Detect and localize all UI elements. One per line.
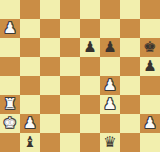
black-pawn[interactable]: ♟	[103, 38, 116, 57]
black-queen[interactable]: ♛	[103, 133, 116, 152]
square-e7[interactable]	[80, 19, 100, 38]
square-e8[interactable]	[80, 0, 100, 19]
square-e2[interactable]	[80, 114, 100, 133]
square-f3[interactable]: ♟	[100, 95, 120, 114]
white-pawn[interactable]: ♟	[103, 76, 116, 95]
square-h5[interactable]: ♟	[140, 57, 160, 76]
square-f1[interactable]: ♛	[100, 133, 120, 152]
square-b1[interactable]: ♝	[20, 133, 40, 152]
square-c3[interactable]	[40, 95, 60, 114]
black-king[interactable]: ♚	[143, 38, 156, 57]
square-a5[interactable]	[0, 57, 20, 76]
black-pawn[interactable]: ♟	[83, 38, 96, 57]
square-b8[interactable]	[20, 0, 40, 19]
square-e3[interactable]	[80, 95, 100, 114]
square-c7[interactable]	[40, 19, 60, 38]
square-g2[interactable]	[120, 114, 140, 133]
white-pawn[interactable]: ♟	[3, 19, 16, 38]
square-d4[interactable]	[60, 76, 80, 95]
square-g6[interactable]	[120, 38, 140, 57]
square-h2[interactable]: ♟	[140, 114, 160, 133]
square-b3[interactable]	[20, 95, 40, 114]
square-g7[interactable]	[120, 19, 140, 38]
square-f8[interactable]	[100, 0, 120, 19]
square-a1[interactable]	[0, 133, 20, 152]
white-pawn[interactable]: ♟	[103, 95, 116, 114]
square-g4[interactable]	[120, 76, 140, 95]
square-f5[interactable]	[100, 57, 120, 76]
square-e5[interactable]	[80, 57, 100, 76]
square-a6[interactable]	[0, 38, 20, 57]
chess-board: ♟♟♟♚♟♟♜♟♚♟♟♝♛	[0, 0, 160, 152]
square-f7[interactable]	[100, 19, 120, 38]
square-f4[interactable]: ♟	[100, 76, 120, 95]
square-c2[interactable]	[40, 114, 60, 133]
square-a8[interactable]	[0, 0, 20, 19]
square-d5[interactable]	[60, 57, 80, 76]
white-rook[interactable]: ♜	[3, 95, 16, 114]
square-a3[interactable]: ♜	[0, 95, 20, 114]
square-g5[interactable]	[120, 57, 140, 76]
square-d8[interactable]	[60, 0, 80, 19]
square-h3[interactable]	[140, 95, 160, 114]
square-d2[interactable]	[60, 114, 80, 133]
square-d6[interactable]	[60, 38, 80, 57]
square-h4[interactable]	[140, 76, 160, 95]
white-king[interactable]: ♚	[3, 114, 16, 133]
square-h7[interactable]	[140, 19, 160, 38]
square-f2[interactable]	[100, 114, 120, 133]
square-e4[interactable]	[80, 76, 100, 95]
square-g8[interactable]	[120, 0, 140, 19]
square-e1[interactable]	[80, 133, 100, 152]
square-d7[interactable]	[60, 19, 80, 38]
square-c4[interactable]	[40, 76, 60, 95]
square-c8[interactable]	[40, 0, 60, 19]
square-e6[interactable]: ♟	[80, 38, 100, 57]
square-b2[interactable]: ♟	[20, 114, 40, 133]
square-a2[interactable]: ♚	[0, 114, 20, 133]
square-h8[interactable]	[140, 0, 160, 19]
square-b6[interactable]	[20, 38, 40, 57]
white-pawn[interactable]: ♟	[23, 114, 36, 133]
white-pawn[interactable]: ♟	[143, 114, 156, 133]
square-d3[interactable]	[60, 95, 80, 114]
square-b7[interactable]	[20, 19, 40, 38]
square-c5[interactable]	[40, 57, 60, 76]
square-a7[interactable]: ♟	[0, 19, 20, 38]
square-d1[interactable]	[60, 133, 80, 152]
square-b5[interactable]	[20, 57, 40, 76]
square-f6[interactable]: ♟	[100, 38, 120, 57]
square-c1[interactable]	[40, 133, 60, 152]
square-g3[interactable]	[120, 95, 140, 114]
square-b4[interactable]	[20, 76, 40, 95]
square-h6[interactable]: ♚	[140, 38, 160, 57]
square-c6[interactable]	[40, 38, 60, 57]
black-bishop[interactable]: ♝	[23, 133, 36, 152]
black-pawn[interactable]: ♟	[143, 57, 156, 76]
square-g1[interactable]	[120, 133, 140, 152]
square-a4[interactable]	[0, 76, 20, 95]
square-h1[interactable]	[140, 133, 160, 152]
